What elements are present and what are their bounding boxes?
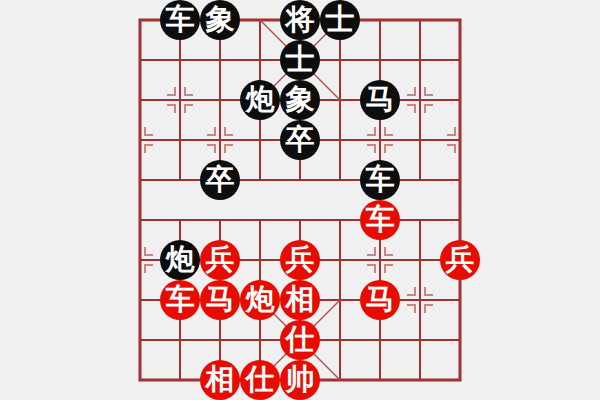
- piece-red-general[interactable]: 帅: [280, 360, 320, 400]
- piece-black-cannon[interactable]: 炮: [160, 240, 200, 280]
- piece-glyph: 车: [366, 165, 395, 194]
- piece-glyph: 帅: [286, 365, 315, 394]
- piece-glyph: 卒: [206, 165, 235, 194]
- piece-red-elephant[interactable]: 相: [280, 280, 320, 320]
- piece-glyph: 车: [166, 285, 195, 314]
- xiangqi-board[interactable]: 车象将士士炮象马卒卒车炮车兵兵兵车马炮相马仕相仕帅: [120, 0, 480, 400]
- piece-black-horse[interactable]: 马: [360, 80, 400, 120]
- piece-glyph: 卒: [286, 125, 315, 154]
- piece-glyph: 象: [206, 5, 235, 34]
- piece-red-horse[interactable]: 马: [200, 280, 240, 320]
- piece-red-advisor[interactable]: 仕: [280, 320, 320, 360]
- piece-red-horse[interactable]: 马: [360, 280, 400, 320]
- piece-glyph: 马: [206, 285, 235, 314]
- piece-glyph: 仕: [246, 365, 275, 394]
- piece-red-cannon[interactable]: 炮: [240, 280, 280, 320]
- piece-red-chariot[interactable]: 车: [160, 280, 200, 320]
- piece-glyph: 炮: [246, 285, 275, 314]
- piece-red-chariot[interactable]: 车: [360, 200, 400, 240]
- xiangqi-app: 车象将士士炮象马卒卒车炮车兵兵兵车马炮相马仕相仕帅: [0, 0, 600, 400]
- piece-black-cannon[interactable]: 炮: [240, 80, 280, 120]
- piece-red-elephant[interactable]: 相: [200, 360, 240, 400]
- piece-glyph: 车: [166, 5, 195, 34]
- piece-black-chariot[interactable]: 车: [160, 0, 200, 40]
- piece-glyph: 兵: [206, 245, 235, 274]
- piece-glyph: 车: [366, 205, 395, 234]
- piece-black-general[interactable]: 将: [280, 0, 320, 40]
- piece-black-chariot[interactable]: 车: [360, 160, 400, 200]
- piece-glyph: 将: [286, 5, 315, 34]
- piece-black-elephant[interactable]: 象: [200, 0, 240, 40]
- piece-glyph: 象: [286, 85, 315, 114]
- piece-black-soldier[interactable]: 卒: [200, 160, 240, 200]
- piece-glyph: 相: [206, 365, 235, 394]
- piece-red-soldier[interactable]: 兵: [200, 240, 240, 280]
- piece-glyph: 仕: [286, 325, 315, 354]
- piece-glyph: 士: [286, 45, 315, 74]
- piece-glyph: 兵: [286, 245, 315, 274]
- piece-red-advisor[interactable]: 仕: [240, 360, 280, 400]
- piece-black-soldier[interactable]: 卒: [280, 120, 320, 160]
- piece-black-advisor[interactable]: 士: [320, 0, 360, 40]
- piece-red-soldier[interactable]: 兵: [440, 240, 480, 280]
- piece-glyph: 炮: [246, 85, 275, 114]
- piece-glyph: 相: [286, 285, 315, 314]
- piece-glyph: 兵: [446, 245, 475, 274]
- piece-black-advisor[interactable]: 士: [280, 40, 320, 80]
- piece-glyph: 炮: [166, 245, 195, 274]
- piece-glyph: 士: [326, 5, 355, 34]
- piece-glyph: 马: [366, 85, 395, 114]
- piece-glyph: 马: [366, 285, 395, 314]
- piece-red-soldier[interactable]: 兵: [280, 240, 320, 280]
- piece-black-elephant[interactable]: 象: [280, 80, 320, 120]
